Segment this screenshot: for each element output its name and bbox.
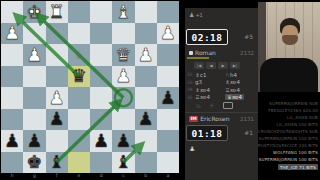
white-pawn-a2[interactable]: ♟: [160, 24, 176, 42]
black-clock-time: 01:18: [191, 128, 222, 139]
square-b5[interactable]: [135, 87, 157, 109]
square-g4[interactable]: [23, 66, 45, 88]
square-b4[interactable]: [135, 66, 157, 88]
white-pawn-b3[interactable]: ♟: [138, 46, 154, 64]
black-move[interactable]: ♗xe4: [225, 79, 255, 85]
square-f6[interactable]: ♟: [46, 109, 68, 131]
white-move[interactable]: g3: [195, 79, 225, 85]
square-b7[interactable]: [135, 130, 157, 152]
move-number: 32: [187, 72, 195, 77]
white-player-name: Roman: [195, 49, 216, 56]
square-d3[interactable]: [90, 44, 112, 66]
streamer-hoodie: [260, 58, 318, 92]
stream-event: SUPERMAJORPAIN 100 BITS: [258, 135, 318, 142]
white-pawn-h2[interactable]: ♟: [4, 24, 20, 42]
black-player-rating: 2131: [240, 116, 254, 122]
square-g3[interactable]: ♟: [23, 44, 45, 66]
streamer-webcam: [258, 2, 320, 92]
coord-e: e: [68, 172, 90, 179]
square-g2[interactable]: [23, 23, 45, 45]
square-h4[interactable]: [1, 66, 23, 88]
active-player-indicator: [187, 57, 209, 59]
square-a4[interactable]: [157, 66, 179, 88]
move-number: 34: [187, 87, 195, 92]
move-nav: |◀◀▶▶|: [194, 62, 240, 69]
game-actions: ½ ☝: [196, 102, 233, 109]
square-d5[interactable]: [90, 87, 112, 109]
white-color-icon: [189, 51, 193, 55]
square-e2[interactable]: [68, 23, 90, 45]
stream-event: SUPERMAJORPAIN SUB: [258, 100, 318, 107]
coord-d: d: [90, 172, 112, 179]
square-d4[interactable]: [90, 66, 112, 88]
square-h3[interactable]: [1, 44, 23, 66]
thumbs-up-icon[interactable]: ☝: [210, 102, 214, 109]
square-b2[interactable]: [135, 23, 157, 45]
move-nav-button-2[interactable]: ▶: [218, 62, 228, 69]
black-pawn-d7[interactable]: ♟: [93, 132, 109, 150]
black-pawn-g7[interactable]: ♟: [26, 132, 42, 150]
square-e4[interactable]: ♛: [68, 66, 90, 88]
captured-pawn-icon: ♟: [189, 11, 194, 18]
material-advantage: +1: [195, 12, 202, 18]
coord-b: b: [135, 172, 157, 179]
black-bishop-f8[interactable]: ♝: [49, 153, 65, 171]
move-row-34: 34♗xe4♖xe4: [187, 86, 255, 94]
white-queen-c3[interactable]: ♛: [115, 46, 131, 64]
file-coordinates: hgfedcba: [1, 172, 179, 179]
move-nav-button-1[interactable]: ◀: [206, 62, 216, 69]
square-a8[interactable]: [157, 152, 179, 174]
black-player-name: EricRosen: [200, 115, 229, 122]
captured-white-pawn-icon: ♟: [189, 145, 195, 153]
white-player-row[interactable]: Roman 2132: [189, 49, 254, 56]
black-move[interactable]: ♖xe4: [225, 87, 255, 93]
move-row-35: 35♖xe4♕xe4: [187, 94, 255, 102]
square-d8[interactable]: [90, 152, 112, 174]
square-c6[interactable]: [112, 109, 134, 131]
black-king-g8[interactable]: ♚: [26, 153, 42, 171]
square-h5[interactable]: [1, 87, 23, 109]
move-row-33: 33g3♗xe4: [187, 79, 255, 87]
white-move[interactable]: ♗c1: [195, 72, 225, 78]
white-pawn-f5[interactable]: ♟: [49, 89, 65, 107]
stream-event: FBEAGLEY2363 $20.00: [258, 107, 318, 114]
white-bishop-c1[interactable]: ♝: [115, 3, 131, 21]
captured-material-bottom: ♟: [189, 145, 195, 153]
square-f2[interactable]: [46, 23, 68, 45]
black-bishop-c8[interactable]: ♝: [115, 153, 131, 171]
square-c3[interactable]: ♛: [112, 44, 134, 66]
white-rook-f1[interactable]: ♜: [49, 3, 65, 21]
square-g6[interactable]: [23, 109, 45, 131]
black-move[interactable]: ♘h4: [225, 72, 255, 78]
square-a5[interactable]: ♟: [157, 87, 179, 109]
square-f5[interactable]: ♟: [46, 87, 68, 109]
square-c4[interactable]: ♟: [112, 66, 134, 88]
draw-offer-icon[interactable]: ½: [196, 103, 201, 109]
square-h1[interactable]: [1, 1, 23, 23]
white-king-g1[interactable]: ♚: [26, 3, 42, 21]
square-e1[interactable]: [68, 1, 90, 23]
stream-event: THE_ICE 71 BITS: [258, 163, 318, 170]
move-row-32: 32♗c1♘h4: [187, 71, 255, 79]
square-a2[interactable]: ♟: [157, 23, 179, 45]
square-g7[interactable]: ♟: [23, 130, 45, 152]
white-move[interactable]: ♖xe4: [195, 94, 225, 100]
captured-material-top: ♟+1: [189, 11, 203, 18]
square-f8[interactable]: ♝: [46, 152, 68, 174]
square-c8[interactable]: ♝: [112, 152, 134, 174]
square-b6[interactable]: ♟: [135, 109, 157, 131]
square-c2[interactable]: [112, 23, 134, 45]
square-f3[interactable]: [46, 44, 68, 66]
square-b3[interactable]: ♟: [135, 44, 157, 66]
square-h2[interactable]: ♟: [1, 23, 23, 45]
black-move[interactable]: ♕xe4: [225, 94, 244, 100]
stream-event: LIL_KHAN 100 BITS: [258, 121, 318, 128]
white-clock-time: 02:18: [191, 32, 222, 43]
white-player-rating: 2132: [240, 50, 254, 56]
square-h6[interactable]: [1, 109, 23, 131]
stream-events-list: SUPERMAJORPAIN SUBFBEAGLEY2363 $20.00LIL…: [258, 100, 318, 170]
square-f1[interactable]: ♜: [46, 1, 68, 23]
coord-h: h: [1, 172, 23, 179]
panel-divider: [185, 112, 258, 113]
stream-event: RUSTYDOVESCICE 100 BITS: [258, 142, 318, 149]
black-player-row[interactable]: IM EricRosen 2131: [189, 115, 254, 122]
square-g1[interactable]: ♚: [23, 1, 45, 23]
square-d2[interactable]: [90, 23, 112, 45]
white-clock: 02:18: [186, 29, 228, 45]
square-d6[interactable]: [90, 109, 112, 131]
coord-c: c: [112, 172, 134, 179]
square-h7[interactable]: ♟: [1, 130, 23, 152]
black-pawn-a5[interactable]: ♟: [160, 89, 176, 107]
stream-event: CRUNCHZOUTANIGHTS SUB: [258, 128, 318, 135]
square-a7[interactable]: [157, 130, 179, 152]
square-e3[interactable]: [68, 44, 90, 66]
square-a3[interactable]: [157, 44, 179, 66]
square-d7[interactable]: ♟: [90, 130, 112, 152]
square-d1[interactable]: [90, 1, 112, 23]
square-f4[interactable]: [46, 66, 68, 88]
white-pawn-c4[interactable]: ♟: [115, 67, 131, 85]
square-g8[interactable]: ♚: [23, 152, 45, 174]
square-b8[interactable]: [135, 152, 157, 174]
square-a1[interactable]: [157, 1, 179, 23]
square-e5[interactable]: [68, 87, 90, 109]
coord-a: a: [157, 172, 179, 179]
black-clock: 01:18: [186, 125, 228, 141]
square-c5[interactable]: [112, 87, 134, 109]
move-nav-button-3[interactable]: ▶|: [230, 62, 240, 69]
stream-event: SUPERMAJORPAIN 100 BITS: [258, 156, 318, 163]
move-number: 35: [187, 95, 195, 100]
square-c7[interactable]: ♟: [112, 130, 134, 152]
black-queen-e4[interactable]: ♛: [71, 67, 87, 85]
square-a6[interactable]: [157, 109, 179, 131]
game-panel: ♟+1 02:18 #5 Roman 2132 |◀◀▶▶| 32♗c1♘h43…: [185, 8, 258, 180]
black-pawn-c7[interactable]: ♟: [115, 132, 131, 150]
board-toggle-icon[interactable]: [223, 102, 233, 109]
move-nav-button-0[interactable]: |◀: [194, 62, 204, 69]
square-h8[interactable]: [1, 152, 23, 174]
square-e8[interactable]: [68, 152, 90, 174]
black-pawn-f6[interactable]: ♟: [49, 110, 65, 128]
square-b1[interactable]: [135, 1, 157, 23]
stream-event: LIL_KHAN SUB: [258, 114, 318, 121]
square-g5[interactable]: [23, 87, 45, 109]
square-e6[interactable]: [68, 109, 90, 131]
square-f7[interactable]: [46, 130, 68, 152]
chess-board[interactable]: ♚♜♝♟♟♟♛♟♛♟♟♟♟♟♟♟♟♟♚♝♝: [1, 1, 179, 173]
square-e7[interactable]: [68, 130, 90, 152]
black-pawn-h7[interactable]: ♟: [4, 132, 20, 150]
coord-f: f: [46, 172, 68, 179]
black-rank-tag: #1: [244, 129, 253, 136]
coord-g: g: [23, 172, 45, 179]
white-move[interactable]: ♗xe4: [195, 87, 225, 93]
white-pawn-g3[interactable]: ♟: [26, 46, 42, 64]
black-pawn-b6[interactable]: ♟: [138, 110, 154, 128]
white-rank-tag: #5: [244, 33, 253, 40]
stream-event: WOLFFANG 100 BITS: [258, 149, 318, 156]
move-number: 33: [187, 80, 195, 85]
im-title-badge: IM: [189, 116, 198, 122]
move-list: 32♗c1♘h433g3♗xe434♗xe4♖xe435♖xe4♕xe4: [187, 71, 255, 101]
square-c1[interactable]: ♝: [112, 1, 134, 23]
